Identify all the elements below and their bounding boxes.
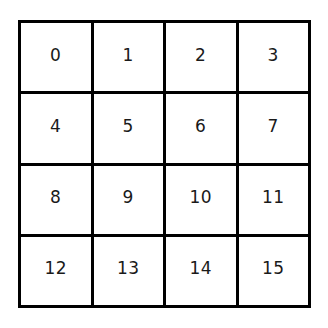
grid-cell-15: 15: [239, 237, 309, 305]
grid-cell-13: 13: [94, 237, 164, 305]
grid-cell-4: 4: [21, 94, 91, 162]
grid-cell-9: 9: [94, 166, 164, 234]
grid-cell-1: 1: [94, 23, 164, 91]
grid-cell-2: 2: [166, 23, 236, 91]
grid-cell-11: 11: [239, 166, 309, 234]
grid-cell-14: 14: [166, 237, 236, 305]
canvas: 0123456789101112131415: [0, 0, 328, 328]
grid-cell-12: 12: [21, 237, 91, 305]
grid-cell-7: 7: [239, 94, 309, 162]
grid-cell-8: 8: [21, 166, 91, 234]
grid-cell-3: 3: [239, 23, 309, 91]
grid-cell-6: 6: [166, 94, 236, 162]
grid-cell-0: 0: [21, 23, 91, 91]
grid-cell-10: 10: [166, 166, 236, 234]
number-grid-board: 0123456789101112131415: [18, 20, 311, 308]
grid-cell-5: 5: [94, 94, 164, 162]
